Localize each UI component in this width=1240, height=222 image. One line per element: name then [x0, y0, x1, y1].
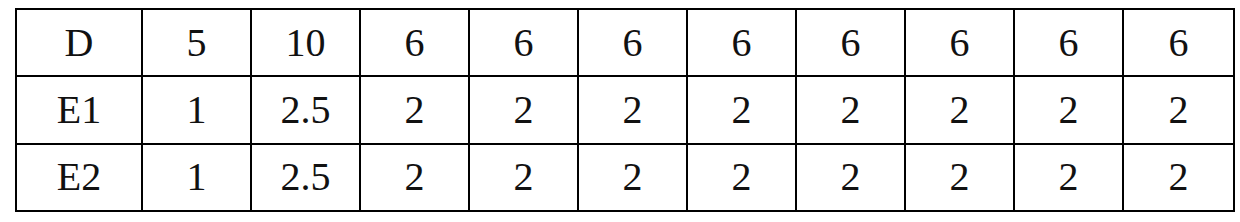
value-cell: 6: [470, 10, 579, 75]
value-cell: 2: [797, 77, 906, 142]
value-cell: 6: [688, 10, 797, 75]
value-cell: 6: [1015, 10, 1124, 75]
data-table: D 5 10 6 6 6 6 6 6 6 6 E1 1 2.5 2 2 2 2 …: [15, 8, 1235, 212]
value-cell: 10: [252, 10, 361, 75]
value-cell: 2.5: [252, 145, 361, 210]
value-cell: 2.5: [252, 77, 361, 142]
value-cell: 2: [797, 145, 906, 210]
value-cell: 6: [1124, 10, 1233, 75]
value-cell: 2: [361, 145, 470, 210]
value-cell: 2: [688, 145, 797, 210]
value-cell: 5: [143, 10, 252, 75]
value-cell: 2: [579, 77, 688, 142]
value-cell: 6: [361, 10, 470, 75]
value-cell: 2: [1124, 145, 1233, 210]
value-cell: 2: [1015, 77, 1124, 142]
table-row-d: D 5 10 6 6 6 6 6 6 6 6: [17, 10, 1233, 77]
value-cell: 6: [797, 10, 906, 75]
value-cell: 6: [579, 10, 688, 75]
value-cell: 1: [143, 145, 252, 210]
value-cell: 2: [688, 77, 797, 142]
value-cell: 2: [470, 77, 579, 142]
value-cell: 2: [1015, 145, 1124, 210]
value-cell: 2: [470, 145, 579, 210]
value-cell: 2: [1124, 77, 1233, 142]
value-cell: 2: [906, 145, 1015, 210]
value-cell: 6: [906, 10, 1015, 75]
value-cell: 2: [579, 145, 688, 210]
value-cell: 2: [906, 77, 1015, 142]
row-label-cell: E2: [17, 145, 143, 210]
table-row-e1: E1 1 2.5 2 2 2 2 2 2 2 2: [17, 77, 1233, 144]
value-cell: 2: [361, 77, 470, 142]
table-row-e2: E2 1 2.5 2 2 2 2 2 2 2 2: [17, 145, 1233, 210]
value-cell: 1: [143, 77, 252, 142]
row-label-cell: E1: [17, 77, 143, 142]
row-label-cell: D: [17, 10, 143, 75]
